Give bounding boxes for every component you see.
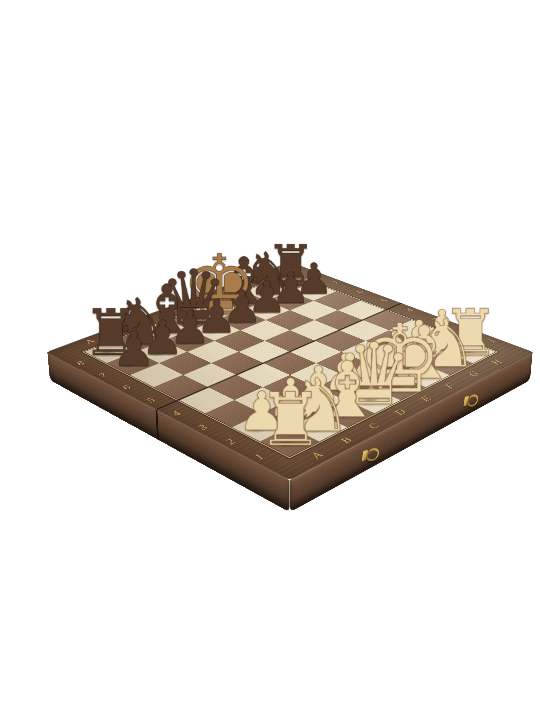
brass-clasp (463, 389, 481, 411)
brass-clasp (361, 442, 381, 466)
chess-board-box: ♜♞♝♛♚♝♞♜♟♟♟♟♟♟♟♟♟♟♟♟♟♟♟♟♜♞♝♛♚♝♞♜ 8765432… (47, 262, 532, 480)
fold-seam-side (156, 409, 159, 440)
product-photo: ♜♞♝♛♚♝♞♜♟♟♟♟♟♟♟♟♟♟♟♟♟♟♟♟♜♞♝♛♚♝♞♜ 8765432… (0, 0, 540, 720)
